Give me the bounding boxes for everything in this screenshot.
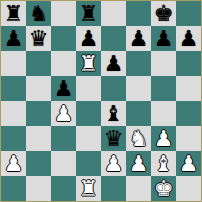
- piece-black-knight[interactable]: ♞: [29, 1, 49, 26]
- square-e2[interactable]: ♟: [101, 151, 126, 176]
- square-e1[interactable]: [101, 176, 126, 201]
- piece-black-pawn[interactable]: ♟: [4, 26, 24, 51]
- square-h2[interactable]: ♟: [176, 151, 201, 176]
- chess-board-frame: ♜♞♜♚♟♛♟♟♟♟♜♟♟♟♝♛♞♟♟♟♟♝♟♜♚: [0, 0, 202, 202]
- square-b5[interactable]: [26, 76, 51, 101]
- square-a8[interactable]: ♜: [1, 1, 26, 26]
- piece-black-rook[interactable]: ♜: [4, 1, 24, 26]
- square-f5[interactable]: [126, 76, 151, 101]
- square-g6[interactable]: [151, 51, 176, 76]
- square-d6[interactable]: ♜: [76, 51, 101, 76]
- square-g4[interactable]: [151, 101, 176, 126]
- piece-black-king[interactable]: ♚: [154, 1, 174, 26]
- square-c4[interactable]: ♟: [51, 101, 76, 126]
- piece-white-pawn[interactable]: ♟: [179, 151, 199, 176]
- piece-white-rook[interactable]: ♜: [79, 176, 99, 201]
- square-c2[interactable]: [51, 151, 76, 176]
- chess-board: ♜♞♜♚♟♛♟♟♟♟♜♟♟♟♝♛♞♟♟♟♟♝♟♜♚: [1, 1, 201, 201]
- square-d2[interactable]: [76, 151, 101, 176]
- square-b4[interactable]: [26, 101, 51, 126]
- square-f4[interactable]: [126, 101, 151, 126]
- piece-white-knight[interactable]: ♞: [129, 126, 149, 151]
- square-d5[interactable]: [76, 76, 101, 101]
- piece-black-pawn[interactable]: ♟: [79, 26, 99, 51]
- piece-white-pawn[interactable]: ♟: [129, 151, 149, 176]
- square-a4[interactable]: [1, 101, 26, 126]
- square-e6[interactable]: ♟: [101, 51, 126, 76]
- square-c6[interactable]: [51, 51, 76, 76]
- square-h1[interactable]: [176, 176, 201, 201]
- square-d7[interactable]: ♟: [76, 26, 101, 51]
- square-b7[interactable]: ♛: [26, 26, 51, 51]
- square-g8[interactable]: ♚: [151, 1, 176, 26]
- square-a2[interactable]: ♟: [1, 151, 26, 176]
- square-f3[interactable]: ♞: [126, 126, 151, 151]
- square-h5[interactable]: [176, 76, 201, 101]
- piece-black-queen[interactable]: ♛: [104, 126, 124, 151]
- square-c3[interactable]: [51, 126, 76, 151]
- square-d3[interactable]: [76, 126, 101, 151]
- square-a7[interactable]: ♟: [1, 26, 26, 51]
- square-h4[interactable]: [176, 101, 201, 126]
- square-e5[interactable]: [101, 76, 126, 101]
- piece-black-pawn[interactable]: ♟: [54, 76, 74, 101]
- square-h8[interactable]: [176, 1, 201, 26]
- piece-white-pawn[interactable]: ♟: [54, 101, 74, 126]
- piece-white-pawn[interactable]: ♟: [154, 126, 174, 151]
- piece-black-pawn[interactable]: ♟: [129, 26, 149, 51]
- square-c8[interactable]: [51, 1, 76, 26]
- square-h7[interactable]: ♟: [176, 26, 201, 51]
- square-b1[interactable]: [26, 176, 51, 201]
- piece-white-king[interactable]: ♚: [154, 176, 174, 201]
- square-a6[interactable]: [1, 51, 26, 76]
- square-e8[interactable]: [101, 1, 126, 26]
- piece-white-pawn[interactable]: ♟: [104, 151, 124, 176]
- square-a3[interactable]: [1, 126, 26, 151]
- piece-black-queen[interactable]: ♛: [29, 26, 49, 51]
- square-d8[interactable]: ♜: [76, 1, 101, 26]
- square-g5[interactable]: [151, 76, 176, 101]
- square-g2[interactable]: ♝: [151, 151, 176, 176]
- piece-white-rook[interactable]: ♜: [79, 51, 99, 76]
- square-g3[interactable]: ♟: [151, 126, 176, 151]
- square-f8[interactable]: [126, 1, 151, 26]
- square-e7[interactable]: [101, 26, 126, 51]
- piece-black-pawn[interactable]: ♟: [179, 26, 199, 51]
- piece-black-pawn[interactable]: ♟: [154, 26, 174, 51]
- square-d1[interactable]: ♜: [76, 176, 101, 201]
- square-f1[interactable]: [126, 176, 151, 201]
- square-b8[interactable]: ♞: [26, 1, 51, 26]
- square-f2[interactable]: ♟: [126, 151, 151, 176]
- square-f6[interactable]: [126, 51, 151, 76]
- square-a1[interactable]: [1, 176, 26, 201]
- square-b3[interactable]: [26, 126, 51, 151]
- piece-black-bishop[interactable]: ♝: [104, 101, 124, 126]
- square-h6[interactable]: [176, 51, 201, 76]
- square-f7[interactable]: ♟: [126, 26, 151, 51]
- square-a5[interactable]: [1, 76, 26, 101]
- square-c5[interactable]: ♟: [51, 76, 76, 101]
- square-e4[interactable]: ♝: [101, 101, 126, 126]
- piece-white-pawn[interactable]: ♟: [4, 151, 24, 176]
- square-g7[interactable]: ♟: [151, 26, 176, 51]
- piece-black-pawn[interactable]: ♟: [104, 51, 124, 76]
- square-b6[interactable]: [26, 51, 51, 76]
- square-h3[interactable]: [176, 126, 201, 151]
- square-c1[interactable]: [51, 176, 76, 201]
- square-b2[interactable]: [26, 151, 51, 176]
- square-e3[interactable]: ♛: [101, 126, 126, 151]
- piece-white-bishop[interactable]: ♝: [154, 151, 174, 176]
- square-c7[interactable]: [51, 26, 76, 51]
- square-g1[interactable]: ♚: [151, 176, 176, 201]
- square-d4[interactable]: [76, 101, 101, 126]
- piece-black-rook[interactable]: ♜: [79, 1, 99, 26]
